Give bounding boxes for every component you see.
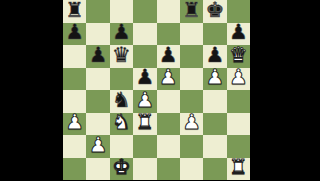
square-f7[interactable] xyxy=(180,23,203,46)
piece-black-pawn[interactable]: ♟ xyxy=(65,23,84,44)
piece-white-pawn[interactable]: ♟ xyxy=(89,135,108,156)
piece-black-knight[interactable]: ♞ xyxy=(112,90,131,111)
square-f5[interactable] xyxy=(180,68,203,91)
left-letterbox xyxy=(0,0,63,180)
piece-black-pawn[interactable]: ♟ xyxy=(89,45,108,66)
square-c4[interactable]: ♞ xyxy=(110,90,133,113)
square-e7[interactable] xyxy=(157,23,180,46)
square-h1[interactable]: ♜ xyxy=(227,158,250,181)
square-e4[interactable] xyxy=(157,90,180,113)
square-g5[interactable]: ♟ xyxy=(203,68,226,91)
piece-black-pawn[interactable]: ♟ xyxy=(135,68,154,89)
piece-black-king[interactable]: ♚ xyxy=(206,0,225,21)
square-e1[interactable] xyxy=(157,158,180,181)
piece-black-queen[interactable]: ♛ xyxy=(112,45,131,66)
piece-white-king[interactable]: ♚ xyxy=(112,158,131,179)
game-screen: ♜♜♚♟♟♟♟♛♟♟♛♟♟♟♟♞♟♟♞♜♟♟♚♜ xyxy=(0,0,320,180)
square-b2[interactable]: ♟ xyxy=(86,135,109,158)
square-d3[interactable]: ♜ xyxy=(133,113,156,136)
square-a5[interactable] xyxy=(63,68,86,91)
square-h5[interactable]: ♟ xyxy=(227,68,250,91)
square-b3[interactable] xyxy=(86,113,109,136)
square-g6[interactable]: ♟ xyxy=(203,45,226,68)
square-f2[interactable] xyxy=(180,135,203,158)
square-d1[interactable] xyxy=(133,158,156,181)
square-b7[interactable] xyxy=(86,23,109,46)
square-b5[interactable] xyxy=(86,68,109,91)
piece-white-pawn[interactable]: ♟ xyxy=(65,113,84,134)
square-e8[interactable] xyxy=(157,0,180,23)
square-g8[interactable]: ♚ xyxy=(203,0,226,23)
square-b8[interactable] xyxy=(86,0,109,23)
square-a3[interactable]: ♟ xyxy=(63,113,86,136)
square-e6[interactable]: ♟ xyxy=(157,45,180,68)
square-h8[interactable] xyxy=(227,0,250,23)
piece-white-pawn[interactable]: ♟ xyxy=(135,90,154,111)
piece-black-pawn[interactable]: ♟ xyxy=(229,23,248,44)
square-f1[interactable] xyxy=(180,158,203,181)
square-b4[interactable] xyxy=(86,90,109,113)
square-b1[interactable] xyxy=(86,158,109,181)
piece-white-rook[interactable]: ♜ xyxy=(229,158,248,179)
square-h4[interactable] xyxy=(227,90,250,113)
piece-white-pawn[interactable]: ♟ xyxy=(159,68,178,89)
square-f3[interactable]: ♟ xyxy=(180,113,203,136)
square-c6[interactable]: ♛ xyxy=(110,45,133,68)
piece-black-rook[interactable]: ♜ xyxy=(65,0,84,21)
piece-black-rook[interactable]: ♜ xyxy=(182,0,201,21)
piece-white-knight[interactable]: ♞ xyxy=(112,113,131,134)
piece-black-pawn[interactable]: ♟ xyxy=(112,23,131,44)
square-f8[interactable]: ♜ xyxy=(180,0,203,23)
square-c8[interactable] xyxy=(110,0,133,23)
square-h7[interactable]: ♟ xyxy=(227,23,250,46)
square-g4[interactable] xyxy=(203,90,226,113)
square-h3[interactable] xyxy=(227,113,250,136)
square-d2[interactable] xyxy=(133,135,156,158)
square-f4[interactable] xyxy=(180,90,203,113)
square-h2[interactable] xyxy=(227,135,250,158)
square-f6[interactable] xyxy=(180,45,203,68)
square-c7[interactable]: ♟ xyxy=(110,23,133,46)
square-g3[interactable] xyxy=(203,113,226,136)
square-b6[interactable]: ♟ xyxy=(86,45,109,68)
piece-white-queen[interactable]: ♛ xyxy=(229,45,248,66)
piece-black-pawn[interactable]: ♟ xyxy=(206,45,225,66)
square-a7[interactable]: ♟ xyxy=(63,23,86,46)
square-d6[interactable] xyxy=(133,45,156,68)
piece-white-pawn[interactable]: ♟ xyxy=(182,113,201,134)
square-d4[interactable]: ♟ xyxy=(133,90,156,113)
square-d5[interactable]: ♟ xyxy=(133,68,156,91)
piece-white-pawn[interactable]: ♟ xyxy=(206,68,225,89)
square-g7[interactable] xyxy=(203,23,226,46)
square-c5[interactable] xyxy=(110,68,133,91)
square-a8[interactable]: ♜ xyxy=(63,0,86,23)
square-g2[interactable] xyxy=(203,135,226,158)
chess-board: ♜♜♚♟♟♟♟♛♟♟♛♟♟♟♟♞♟♟♞♜♟♟♚♜ xyxy=(63,0,250,180)
square-e3[interactable] xyxy=(157,113,180,136)
square-c3[interactable]: ♞ xyxy=(110,113,133,136)
square-a6[interactable] xyxy=(63,45,86,68)
square-h6[interactable]: ♛ xyxy=(227,45,250,68)
piece-black-pawn[interactable]: ♟ xyxy=(159,45,178,66)
right-letterbox xyxy=(250,0,320,180)
square-g1[interactable] xyxy=(203,158,226,181)
square-e2[interactable] xyxy=(157,135,180,158)
piece-white-rook[interactable]: ♜ xyxy=(135,113,154,134)
square-c1[interactable]: ♚ xyxy=(110,158,133,181)
square-a1[interactable] xyxy=(63,158,86,181)
square-d7[interactable] xyxy=(133,23,156,46)
square-d8[interactable] xyxy=(133,0,156,23)
square-c2[interactable] xyxy=(110,135,133,158)
piece-white-pawn[interactable]: ♟ xyxy=(229,68,248,89)
square-a2[interactable] xyxy=(63,135,86,158)
square-a4[interactable] xyxy=(63,90,86,113)
square-e5[interactable]: ♟ xyxy=(157,68,180,91)
